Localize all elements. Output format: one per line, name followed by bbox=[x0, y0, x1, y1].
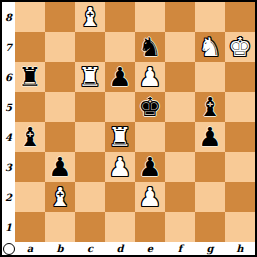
square-e5[interactable]: ♚ bbox=[135, 92, 165, 122]
square-c6[interactable]: ♜ bbox=[75, 62, 105, 92]
rank-label-4: 4 bbox=[2, 122, 15, 152]
square-c8[interactable]: ♝ bbox=[75, 2, 105, 32]
file-label-d: d bbox=[105, 242, 135, 255]
square-a5[interactable] bbox=[15, 92, 45, 122]
piece-white-rook[interactable]: ♜ bbox=[108, 122, 131, 152]
square-f2[interactable] bbox=[165, 182, 195, 212]
piece-black-king[interactable]: ♚ bbox=[138, 92, 161, 122]
square-b8[interactable] bbox=[45, 2, 75, 32]
piece-black-rook[interactable]: ♜ bbox=[18, 62, 41, 92]
square-f6[interactable] bbox=[165, 62, 195, 92]
square-b4[interactable] bbox=[45, 122, 75, 152]
file-label-a: a bbox=[15, 242, 45, 255]
square-h3[interactable] bbox=[225, 152, 255, 182]
square-a7[interactable] bbox=[15, 32, 45, 62]
rank-label-1: 1 bbox=[2, 212, 15, 242]
piece-white-pawn[interactable]: ♟ bbox=[138, 62, 161, 92]
square-f4[interactable] bbox=[165, 122, 195, 152]
square-d6[interactable]: ♟ bbox=[105, 62, 135, 92]
square-h7[interactable]: ♚ bbox=[225, 32, 255, 62]
square-f1[interactable] bbox=[165, 212, 195, 242]
file-label-h: h bbox=[225, 242, 255, 255]
square-c3[interactable] bbox=[75, 152, 105, 182]
square-d4[interactable]: ♜ bbox=[105, 122, 135, 152]
square-d7[interactable] bbox=[105, 32, 135, 62]
piece-white-bishop[interactable]: ♝ bbox=[78, 2, 101, 32]
square-c4[interactable] bbox=[75, 122, 105, 152]
square-e1[interactable] bbox=[135, 212, 165, 242]
square-b3[interactable]: ♟ bbox=[45, 152, 75, 182]
square-f3[interactable] bbox=[165, 152, 195, 182]
square-h6[interactable] bbox=[225, 62, 255, 92]
piece-white-knight[interactable]: ♞ bbox=[198, 32, 221, 62]
square-c5[interactable] bbox=[75, 92, 105, 122]
square-g8[interactable] bbox=[195, 2, 225, 32]
square-h8[interactable] bbox=[225, 2, 255, 32]
board-corner bbox=[2, 242, 15, 255]
chess-diagram: 8♝7♞♞♚6♜♜♟♟5♚♝4♝♜♟3♟♟♟2♝♟1abcdefgh bbox=[0, 0, 257, 257]
rank-label-5: 5 bbox=[2, 92, 15, 122]
square-b5[interactable] bbox=[45, 92, 75, 122]
piece-black-pawn[interactable]: ♟ bbox=[48, 152, 71, 182]
square-g3[interactable] bbox=[195, 152, 225, 182]
file-label-e: e bbox=[135, 242, 165, 255]
square-e4[interactable] bbox=[135, 122, 165, 152]
square-e7[interactable]: ♞ bbox=[135, 32, 165, 62]
chess-board: 8♝7♞♞♚6♜♜♟♟5♚♝4♝♜♟3♟♟♟2♝♟1abcdefgh bbox=[2, 2, 255, 255]
file-label-c: c bbox=[75, 242, 105, 255]
square-e8[interactable] bbox=[135, 2, 165, 32]
square-e6[interactable]: ♟ bbox=[135, 62, 165, 92]
square-g2[interactable] bbox=[195, 182, 225, 212]
white-to-move-indicator bbox=[3, 243, 15, 255]
square-e2[interactable]: ♟ bbox=[135, 182, 165, 212]
square-d5[interactable] bbox=[105, 92, 135, 122]
square-a6[interactable]: ♜ bbox=[15, 62, 45, 92]
square-c2[interactable] bbox=[75, 182, 105, 212]
piece-white-pawn[interactable]: ♟ bbox=[138, 182, 161, 212]
square-b2[interactable]: ♝ bbox=[45, 182, 75, 212]
piece-black-knight[interactable]: ♞ bbox=[138, 32, 161, 62]
square-g5[interactable]: ♝ bbox=[195, 92, 225, 122]
file-label-g: g bbox=[195, 242, 225, 255]
square-b1[interactable] bbox=[45, 212, 75, 242]
square-a4[interactable]: ♝ bbox=[15, 122, 45, 152]
square-a3[interactable] bbox=[15, 152, 45, 182]
square-f5[interactable] bbox=[165, 92, 195, 122]
square-a8[interactable] bbox=[15, 2, 45, 32]
square-e3[interactable]: ♟ bbox=[135, 152, 165, 182]
piece-black-bishop[interactable]: ♝ bbox=[198, 92, 221, 122]
piece-white-king[interactable]: ♚ bbox=[228, 32, 251, 62]
piece-white-bishop[interactable]: ♝ bbox=[48, 182, 71, 212]
file-label-b: b bbox=[45, 242, 75, 255]
piece-black-pawn[interactable]: ♟ bbox=[138, 152, 161, 182]
rank-label-6: 6 bbox=[2, 62, 15, 92]
piece-white-rook[interactable]: ♜ bbox=[78, 62, 101, 92]
square-d8[interactable] bbox=[105, 2, 135, 32]
square-d3[interactable]: ♟ bbox=[105, 152, 135, 182]
square-c7[interactable] bbox=[75, 32, 105, 62]
rank-label-3: 3 bbox=[2, 152, 15, 182]
square-d2[interactable] bbox=[105, 182, 135, 212]
piece-black-pawn[interactable]: ♟ bbox=[198, 122, 221, 152]
piece-black-pawn[interactable]: ♟ bbox=[108, 62, 131, 92]
square-h1[interactable] bbox=[225, 212, 255, 242]
piece-black-bishop[interactable]: ♝ bbox=[18, 122, 41, 152]
square-g4[interactable]: ♟ bbox=[195, 122, 225, 152]
square-a2[interactable] bbox=[15, 182, 45, 212]
square-b6[interactable] bbox=[45, 62, 75, 92]
square-f7[interactable] bbox=[165, 32, 195, 62]
rank-label-7: 7 bbox=[2, 32, 15, 62]
rank-label-8: 8 bbox=[2, 2, 15, 32]
square-g7[interactable]: ♞ bbox=[195, 32, 225, 62]
square-a1[interactable] bbox=[15, 212, 45, 242]
square-c1[interactable] bbox=[75, 212, 105, 242]
square-h2[interactable] bbox=[225, 182, 255, 212]
square-b7[interactable] bbox=[45, 32, 75, 62]
file-label-f: f bbox=[165, 242, 195, 255]
square-h5[interactable] bbox=[225, 92, 255, 122]
square-g1[interactable] bbox=[195, 212, 225, 242]
square-d1[interactable] bbox=[105, 212, 135, 242]
rank-label-2: 2 bbox=[2, 182, 15, 212]
piece-white-pawn[interactable]: ♟ bbox=[108, 152, 131, 182]
square-h4[interactable] bbox=[225, 122, 255, 152]
square-f8[interactable] bbox=[165, 2, 195, 32]
square-g6[interactable] bbox=[195, 62, 225, 92]
